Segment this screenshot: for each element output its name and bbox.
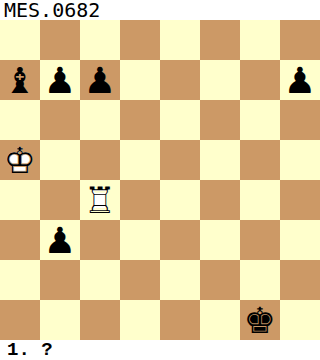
square-d5[interactable]: [120, 140, 160, 180]
square-b2[interactable]: [40, 260, 80, 300]
square-c5[interactable]: [80, 140, 120, 180]
square-c2[interactable]: [80, 260, 120, 300]
square-d3[interactable]: [120, 220, 160, 260]
square-e1[interactable]: [160, 300, 200, 340]
square-b1[interactable]: [40, 300, 80, 340]
square-d6[interactable]: [120, 100, 160, 140]
square-d1[interactable]: [120, 300, 160, 340]
square-g1[interactable]: ♚: [240, 300, 280, 340]
square-b6[interactable]: [40, 100, 80, 140]
square-c3[interactable]: [80, 220, 120, 260]
square-a7[interactable]: ♝: [0, 60, 40, 100]
square-a2[interactable]: [0, 260, 40, 300]
square-f8[interactable]: [200, 20, 240, 60]
square-c1[interactable]: [80, 300, 120, 340]
square-h7[interactable]: ♟: [280, 60, 320, 100]
square-h2[interactable]: [280, 260, 320, 300]
square-f3[interactable]: [200, 220, 240, 260]
square-d4[interactable]: [120, 180, 160, 220]
square-g3[interactable]: [240, 220, 280, 260]
square-d8[interactable]: [120, 20, 160, 60]
square-e6[interactable]: [160, 100, 200, 140]
white-rook: ♖: [80, 180, 120, 220]
square-a4[interactable]: [0, 180, 40, 220]
square-e3[interactable]: [160, 220, 200, 260]
square-b4[interactable]: [40, 180, 80, 220]
square-c6[interactable]: [80, 100, 120, 140]
square-d2[interactable]: [120, 260, 160, 300]
black-pawn: ♟: [40, 60, 80, 100]
square-f2[interactable]: [200, 260, 240, 300]
square-b7[interactable]: ♟: [40, 60, 80, 100]
square-f4[interactable]: [200, 180, 240, 220]
square-f7[interactable]: [200, 60, 240, 100]
square-a3[interactable]: [0, 220, 40, 260]
move-prompt: 1. ?: [0, 340, 320, 360]
square-e5[interactable]: [160, 140, 200, 180]
square-h8[interactable]: [280, 20, 320, 60]
square-f1[interactable]: [200, 300, 240, 340]
square-f5[interactable]: [200, 140, 240, 180]
square-c4[interactable]: ♜♖: [80, 180, 120, 220]
square-h6[interactable]: [280, 100, 320, 140]
black-pawn: ♟: [40, 220, 80, 260]
square-c7[interactable]: ♟: [80, 60, 120, 100]
black-king: ♚: [240, 300, 280, 340]
black-pawn: ♟: [80, 60, 120, 100]
square-e8[interactable]: [160, 20, 200, 60]
square-g4[interactable]: [240, 180, 280, 220]
square-g5[interactable]: [240, 140, 280, 180]
square-e4[interactable]: [160, 180, 200, 220]
square-e2[interactable]: [160, 260, 200, 300]
square-h5[interactable]: [280, 140, 320, 180]
square-b8[interactable]: [40, 20, 80, 60]
square-g7[interactable]: [240, 60, 280, 100]
square-a6[interactable]: [0, 100, 40, 140]
square-b3[interactable]: ♟: [40, 220, 80, 260]
square-h4[interactable]: [280, 180, 320, 220]
square-h3[interactable]: [280, 220, 320, 260]
square-g6[interactable]: [240, 100, 280, 140]
square-f6[interactable]: [200, 100, 240, 140]
black-bishop: ♝: [0, 60, 40, 100]
square-d7[interactable]: [120, 60, 160, 100]
black-pawn: ♟: [280, 60, 320, 100]
square-a8[interactable]: [0, 20, 40, 60]
square-h1[interactable]: [280, 300, 320, 340]
square-c8[interactable]: [80, 20, 120, 60]
square-a1[interactable]: [0, 300, 40, 340]
square-g2[interactable]: [240, 260, 280, 300]
chess-board: ♝♟♟♟♚♔♜♖♟♚: [0, 20, 320, 340]
square-g8[interactable]: [240, 20, 280, 60]
white-king: ♔: [0, 140, 40, 180]
square-a5[interactable]: ♚♔: [0, 140, 40, 180]
diagram-title: MES.0682: [0, 0, 320, 20]
square-e7[interactable]: [160, 60, 200, 100]
square-b5[interactable]: [40, 140, 80, 180]
